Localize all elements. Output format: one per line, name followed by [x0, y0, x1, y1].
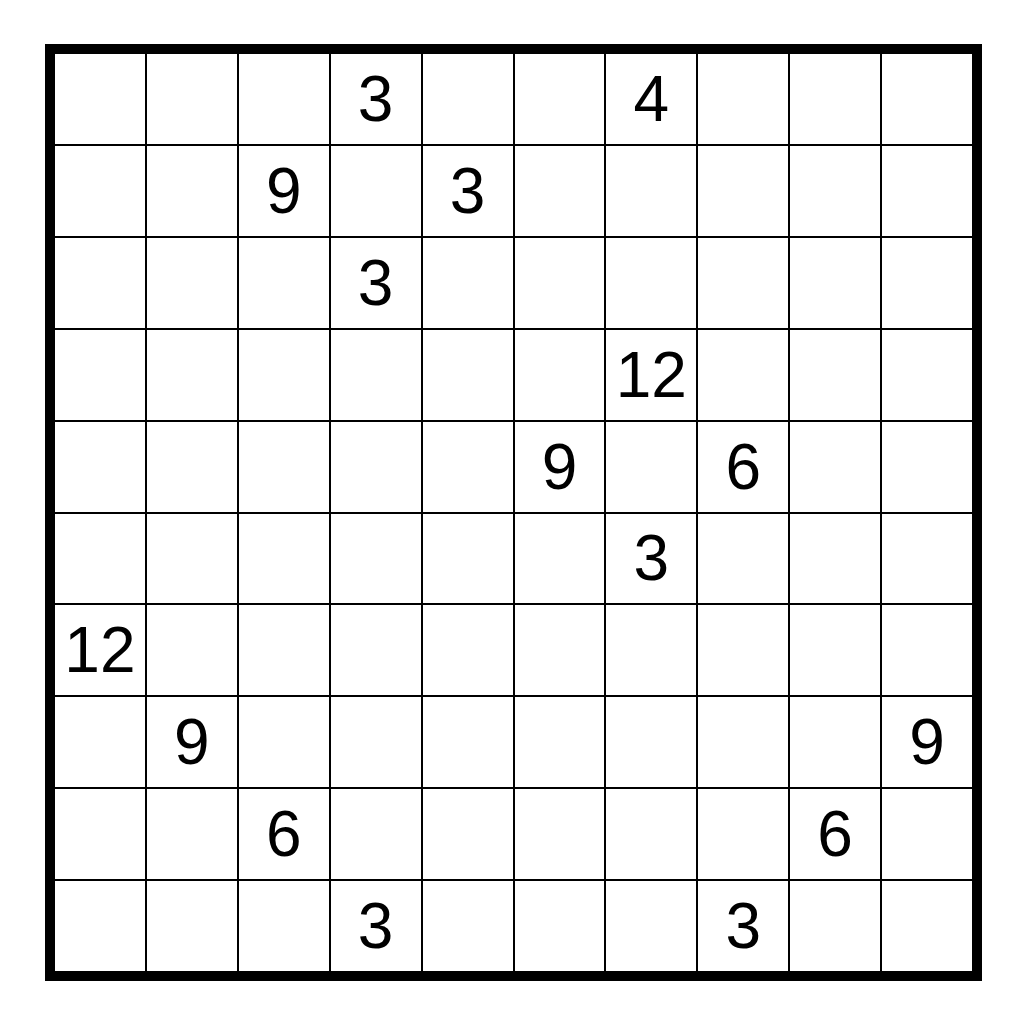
cell-r6c8[interactable]: [697, 513, 789, 605]
cell-r5c7[interactable]: [605, 421, 697, 513]
cell-r9c4[interactable]: [330, 788, 422, 880]
cell-r10c5[interactable]: [422, 880, 514, 972]
cell-r10c4[interactable]: 3: [330, 880, 422, 972]
cell-r1c1[interactable]: [54, 53, 146, 145]
cell-r5c5[interactable]: [422, 421, 514, 513]
cell-r8c1[interactable]: [54, 696, 146, 788]
cell-r9c8[interactable]: [697, 788, 789, 880]
cell-r4c6[interactable]: [514, 329, 606, 421]
cell-r3c2[interactable]: [146, 237, 238, 329]
cell-r10c10[interactable]: [881, 880, 973, 972]
cell-r10c6[interactable]: [514, 880, 606, 972]
cell-r1c7[interactable]: 4: [605, 53, 697, 145]
cell-r2c8[interactable]: [697, 145, 789, 237]
cell-r8c5[interactable]: [422, 696, 514, 788]
cell-r3c4[interactable]: 3: [330, 237, 422, 329]
cell-r3c10[interactable]: [881, 237, 973, 329]
cell-r2c2[interactable]: [146, 145, 238, 237]
cell-r9c10[interactable]: [881, 788, 973, 880]
cell-r9c9[interactable]: 6: [789, 788, 881, 880]
cell-r10c3[interactable]: [238, 880, 330, 972]
cell-r9c2[interactable]: [146, 788, 238, 880]
cell-r2c4[interactable]: [330, 145, 422, 237]
cell-r3c7[interactable]: [605, 237, 697, 329]
cell-r10c9[interactable]: [789, 880, 881, 972]
cell-r10c8[interactable]: 3: [697, 880, 789, 972]
cell-r6c1[interactable]: [54, 513, 146, 605]
cell-r4c1[interactable]: [54, 329, 146, 421]
cell-r6c9[interactable]: [789, 513, 881, 605]
cell-r9c7[interactable]: [605, 788, 697, 880]
cell-r4c10[interactable]: [881, 329, 973, 421]
cell-r5c1[interactable]: [54, 421, 146, 513]
cell-r2c1[interactable]: [54, 145, 146, 237]
cell-r7c10[interactable]: [881, 604, 973, 696]
cell-r6c7[interactable]: 3: [605, 513, 697, 605]
cell-r6c10[interactable]: [881, 513, 973, 605]
cell-r8c7[interactable]: [605, 696, 697, 788]
puzzle-board: 349331296312996633: [45, 44, 982, 981]
cell-r7c6[interactable]: [514, 604, 606, 696]
cell-r2c6[interactable]: [514, 145, 606, 237]
cell-r3c3[interactable]: [238, 237, 330, 329]
cell-r2c10[interactable]: [881, 145, 973, 237]
cell-r6c4[interactable]: [330, 513, 422, 605]
cell-r3c5[interactable]: [422, 237, 514, 329]
cell-r1c4[interactable]: 3: [330, 53, 422, 145]
cell-r7c9[interactable]: [789, 604, 881, 696]
cell-r1c6[interactable]: [514, 53, 606, 145]
cell-r2c9[interactable]: [789, 145, 881, 237]
cell-r7c2[interactable]: [146, 604, 238, 696]
cell-r2c5[interactable]: 3: [422, 145, 514, 237]
cell-r8c8[interactable]: [697, 696, 789, 788]
cell-r8c9[interactable]: [789, 696, 881, 788]
cell-r5c4[interactable]: [330, 421, 422, 513]
cell-r7c8[interactable]: [697, 604, 789, 696]
cell-r10c2[interactable]: [146, 880, 238, 972]
cell-r7c7[interactable]: [605, 604, 697, 696]
cell-r6c3[interactable]: [238, 513, 330, 605]
cell-r7c4[interactable]: [330, 604, 422, 696]
cell-r3c9[interactable]: [789, 237, 881, 329]
cell-r3c1[interactable]: [54, 237, 146, 329]
cell-r1c10[interactable]: [881, 53, 973, 145]
cell-r5c2[interactable]: [146, 421, 238, 513]
cell-r4c8[interactable]: [697, 329, 789, 421]
cell-r4c2[interactable]: [146, 329, 238, 421]
cell-r2c7[interactable]: [605, 145, 697, 237]
cell-r7c1[interactable]: 12: [54, 604, 146, 696]
cell-r7c5[interactable]: [422, 604, 514, 696]
cell-r2c3[interactable]: 9: [238, 145, 330, 237]
cell-r1c8[interactable]: [697, 53, 789, 145]
cell-r4c9[interactable]: [789, 329, 881, 421]
cell-r3c8[interactable]: [697, 237, 789, 329]
cell-r1c9[interactable]: [789, 53, 881, 145]
cell-r9c1[interactable]: [54, 788, 146, 880]
cell-r8c3[interactable]: [238, 696, 330, 788]
cell-r6c2[interactable]: [146, 513, 238, 605]
cell-r5c10[interactable]: [881, 421, 973, 513]
cell-r6c5[interactable]: [422, 513, 514, 605]
cell-r9c5[interactable]: [422, 788, 514, 880]
cell-r1c3[interactable]: [238, 53, 330, 145]
cell-r7c3[interactable]: [238, 604, 330, 696]
cell-r4c5[interactable]: [422, 329, 514, 421]
cell-r5c9[interactable]: [789, 421, 881, 513]
cell-r6c6[interactable]: [514, 513, 606, 605]
cell-r10c1[interactable]: [54, 880, 146, 972]
cell-r8c10[interactable]: 9: [881, 696, 973, 788]
cell-r1c5[interactable]: [422, 53, 514, 145]
cell-r4c7[interactable]: 12: [605, 329, 697, 421]
cell-r5c8[interactable]: 6: [697, 421, 789, 513]
cell-r8c4[interactable]: [330, 696, 422, 788]
cell-r3c6[interactable]: [514, 237, 606, 329]
cell-r5c3[interactable]: [238, 421, 330, 513]
cell-r1c2[interactable]: [146, 53, 238, 145]
cell-r9c3[interactable]: 6: [238, 788, 330, 880]
cell-r5c6[interactable]: 9: [514, 421, 606, 513]
cell-r4c3[interactable]: [238, 329, 330, 421]
cell-r8c2[interactable]: 9: [146, 696, 238, 788]
cell-r10c7[interactable]: [605, 880, 697, 972]
cell-r8c6[interactable]: [514, 696, 606, 788]
cell-r4c4[interactable]: [330, 329, 422, 421]
cell-r9c6[interactable]: [514, 788, 606, 880]
